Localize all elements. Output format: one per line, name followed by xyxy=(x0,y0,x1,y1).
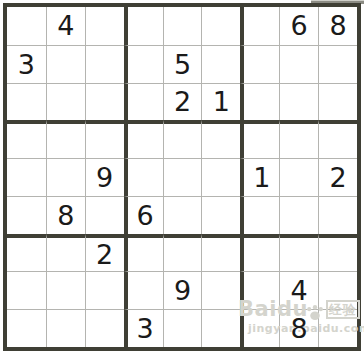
digit: 5 xyxy=(174,51,191,78)
cell-r1c6[interactable] xyxy=(201,7,240,45)
cell-r6c4[interactable]: 6 xyxy=(124,196,163,234)
digit: 9 xyxy=(174,277,191,304)
cell-r2c3[interactable] xyxy=(85,45,124,83)
digit: 9 xyxy=(96,164,113,191)
digit: 3 xyxy=(18,51,35,78)
cell-r1c3[interactable] xyxy=(85,7,124,45)
cell-r3c6[interactable]: 1 xyxy=(201,83,240,121)
sudoku-image: 46835219128629438 Baidu 经验 jingyan.baidu… xyxy=(0,0,364,354)
cell-r5c9[interactable]: 2 xyxy=(318,158,357,196)
cell-r5c6[interactable] xyxy=(201,158,240,196)
digit: 3 xyxy=(137,315,154,342)
cell-r1c2[interactable]: 4 xyxy=(46,7,85,45)
cell-r4c5[interactable] xyxy=(163,120,202,158)
cell-r6c8[interactable] xyxy=(279,196,318,234)
cell-r1c8[interactable]: 6 xyxy=(279,7,318,45)
sudoku-board: 46835219128629438 xyxy=(3,3,361,351)
cell-r6c1[interactable] xyxy=(7,196,46,234)
cell-r4c4[interactable] xyxy=(124,120,163,158)
digit: 2 xyxy=(329,164,346,191)
cell-r5c2[interactable] xyxy=(46,158,85,196)
digit: 1 xyxy=(253,164,270,191)
digit: 4 xyxy=(57,12,74,39)
cell-r5c5[interactable] xyxy=(163,158,202,196)
cell-r6c9[interactable] xyxy=(318,196,357,234)
cell-r3c9[interactable] xyxy=(318,83,357,121)
cell-r1c7[interactable] xyxy=(240,7,279,45)
cell-r2c6[interactable] xyxy=(201,45,240,83)
digit: 8 xyxy=(329,12,346,39)
cell-r7c2[interactable] xyxy=(46,234,85,272)
cell-r6c3[interactable] xyxy=(85,196,124,234)
cell-r9c3[interactable] xyxy=(85,309,124,347)
cell-r9c2[interactable] xyxy=(46,309,85,347)
cell-r6c2[interactable]: 8 xyxy=(46,196,85,234)
cell-r3c5[interactable]: 2 xyxy=(163,83,202,121)
digit: 4 xyxy=(291,277,308,304)
digit: 8 xyxy=(291,315,308,342)
cell-r5c1[interactable] xyxy=(7,158,46,196)
cell-r4c1[interactable] xyxy=(7,120,46,158)
cell-r4c6[interactable] xyxy=(201,120,240,158)
digit: 2 xyxy=(174,88,191,115)
digit: 1 xyxy=(213,88,230,115)
cell-r8c6[interactable] xyxy=(201,271,240,309)
cell-r8c2[interactable] xyxy=(46,271,85,309)
cell-r6c7[interactable] xyxy=(240,196,279,234)
cell-r2c4[interactable] xyxy=(124,45,163,83)
digit: 6 xyxy=(291,12,308,39)
cell-r2c2[interactable] xyxy=(46,45,85,83)
cell-r4c9[interactable] xyxy=(318,120,357,158)
cell-r7c3[interactable]: 2 xyxy=(85,234,124,272)
cell-r2c1[interactable]: 3 xyxy=(7,45,46,83)
cell-r9c1[interactable] xyxy=(7,309,46,347)
cell-r5c4[interactable] xyxy=(124,158,163,196)
digit: 6 xyxy=(137,202,154,229)
cell-r2c5[interactable]: 5 xyxy=(163,45,202,83)
cell-r8c4[interactable] xyxy=(124,271,163,309)
cell-r1c5[interactable] xyxy=(163,7,202,45)
cell-r7c5[interactable] xyxy=(163,234,202,272)
cell-r1c1[interactable] xyxy=(7,7,46,45)
cell-r2c8[interactable] xyxy=(279,45,318,83)
cell-r3c7[interactable] xyxy=(240,83,279,121)
paw-icon xyxy=(305,304,325,321)
cell-r9c4[interactable]: 3 xyxy=(124,309,163,347)
cell-r5c8[interactable] xyxy=(279,158,318,196)
cell-r8c5[interactable]: 9 xyxy=(163,271,202,309)
cell-r4c7[interactable] xyxy=(240,120,279,158)
cell-r3c8[interactable] xyxy=(279,83,318,121)
cell-r7c6[interactable] xyxy=(201,234,240,272)
cell-r9c5[interactable] xyxy=(163,309,202,347)
cell-r2c7[interactable] xyxy=(240,45,279,83)
cell-r7c8[interactable] xyxy=(279,234,318,272)
cell-r4c8[interactable] xyxy=(279,120,318,158)
cell-r7c9[interactable] xyxy=(318,234,357,272)
cell-r5c7[interactable]: 1 xyxy=(240,158,279,196)
digit: 8 xyxy=(57,202,74,229)
cell-r3c2[interactable] xyxy=(46,83,85,121)
cell-r2c9[interactable] xyxy=(318,45,357,83)
cell-r9c6[interactable] xyxy=(201,309,240,347)
cell-r5c3[interactable]: 9 xyxy=(85,158,124,196)
cell-r3c3[interactable] xyxy=(85,83,124,121)
cell-r6c6[interactable] xyxy=(201,196,240,234)
cell-r3c4[interactable] xyxy=(124,83,163,121)
cell-r1c9[interactable]: 8 xyxy=(318,7,357,45)
cell-r3c1[interactable] xyxy=(7,83,46,121)
cell-r6c5[interactable] xyxy=(163,196,202,234)
cell-r7c7[interactable] xyxy=(240,234,279,272)
digit: 2 xyxy=(96,241,113,268)
cell-r8c3[interactable] xyxy=(85,271,124,309)
watermark-suffix: 经验 xyxy=(326,300,360,319)
cell-r7c4[interactable] xyxy=(124,234,163,272)
cell-r4c3[interactable] xyxy=(85,120,124,158)
cell-r7c1[interactable] xyxy=(7,234,46,272)
cell-r8c1[interactable] xyxy=(7,271,46,309)
cell-r4c2[interactable] xyxy=(46,120,85,158)
cell-r1c4[interactable] xyxy=(124,7,163,45)
